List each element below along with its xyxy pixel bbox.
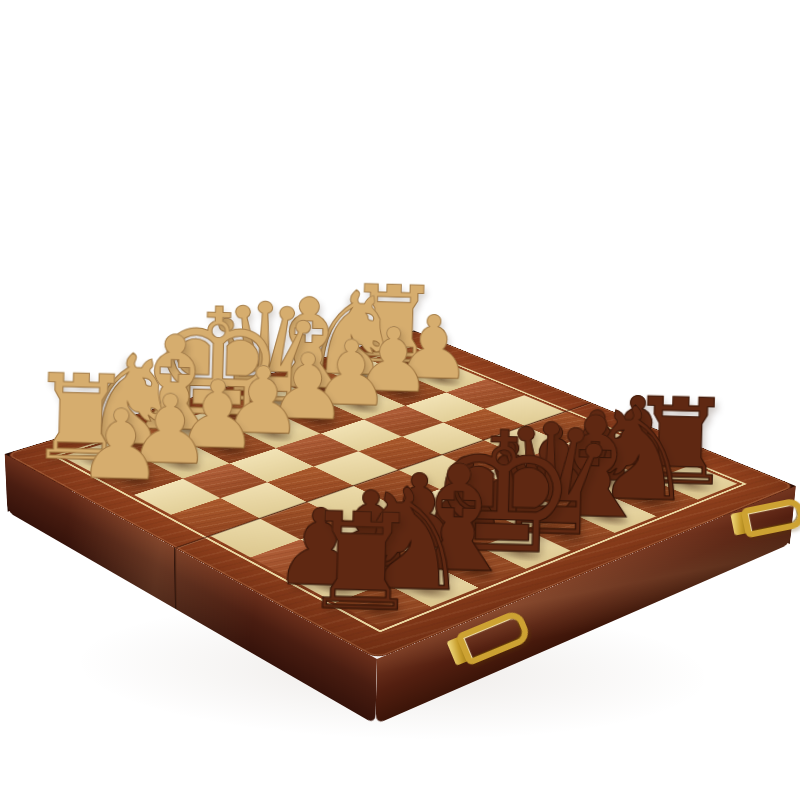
white-pawn-h2: ♟ (76, 398, 165, 492)
camera-roll-wrapper: ♜♟♟♜♞♟♟♞♝♟♟♝♛♟♟♛♚♟♟♚♝♟♟♝♞♟♟♞♜♟♟♜ (0, 0, 800, 800)
black-rook-h8: ♜ (300, 498, 423, 627)
board-top: ♜♟♟♜♞♟♟♞♝♟♟♝♛♟♟♛♚♟♟♚♝♟♟♝♞♟♟♞♜♟♟♜ (5, 330, 796, 659)
product-photo-scene: ♜♟♟♜♞♟♟♞♝♟♟♝♛♟♟♛♚♟♟♚♝♟♟♝♞♟♟♞♜♟♟♜ (0, 0, 800, 800)
chess-box: ♜♟♟♜♞♟♟♞♝♟♟♝♛♟♟♛♚♟♟♚♝♟♟♝♞♟♟♞♜♟♟♜ (5, 330, 796, 659)
square-h8: ♜ (335, 584, 430, 628)
